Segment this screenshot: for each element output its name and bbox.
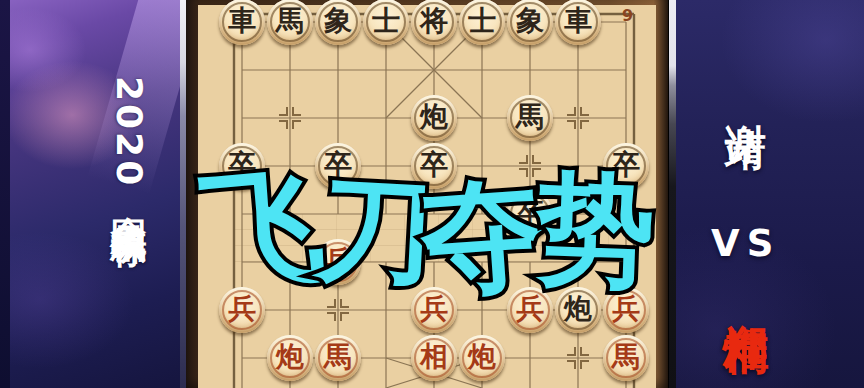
- piece-black-象[interactable]: 象: [507, 0, 553, 45]
- overlay-title-char: 势: [534, 169, 657, 292]
- piece-black-士[interactable]: 士: [459, 0, 505, 45]
- piece-red-馬[interactable]: 馬: [315, 335, 361, 381]
- left-stage-panel: [0, 0, 186, 388]
- overlay-title-char: 夺: [417, 172, 547, 302]
- point-marker: [326, 298, 350, 322]
- point-marker: [566, 346, 590, 370]
- piece-black-馬[interactable]: 馬: [267, 0, 313, 45]
- piece-red-炮[interactable]: 炮: [267, 335, 313, 381]
- piece-red-相[interactable]: 相: [411, 335, 457, 381]
- piece-black-象[interactable]: 象: [315, 0, 361, 45]
- vs-label: VS: [711, 222, 780, 265]
- piece-black-馬[interactable]: 馬: [507, 95, 553, 141]
- player-name-top: 谢靖: [719, 92, 774, 100]
- file-number-label: 9: [622, 6, 633, 25]
- event-caption: 2020全国象棋锦标: [109, 76, 149, 388]
- screen-sliver-right: [669, 0, 676, 388]
- piece-black-車[interactable]: 車: [219, 0, 265, 45]
- video-frame: 2020全国象棋锦标 車馬象士将士象車炮馬卒卒卒卒卒兵兵兵兵炮兵炮馬相炮馬 9 …: [0, 0, 864, 388]
- piece-black-士[interactable]: 士: [363, 0, 409, 45]
- piece-red-馬[interactable]: 馬: [603, 335, 649, 381]
- left-edge-shadow: [0, 0, 10, 388]
- point-marker: [278, 106, 302, 130]
- right-stage-panel: [676, 0, 864, 388]
- piece-black-車[interactable]: 車: [555, 0, 601, 45]
- piece-black-将[interactable]: 将: [411, 0, 457, 45]
- piece-black-炮[interactable]: 炮: [411, 95, 457, 141]
- overlay-title-char: 飞: [197, 162, 329, 294]
- point-marker: [566, 106, 590, 130]
- player-name-bottom: 郑惟桐: [716, 288, 776, 297]
- piece-red-炮[interactable]: 炮: [459, 335, 505, 381]
